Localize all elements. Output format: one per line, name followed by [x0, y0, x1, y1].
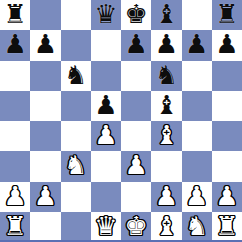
- white-pawn-e3[interactable]: ♟: [124, 152, 147, 178]
- square-h7[interactable]: ♟: [212, 30, 242, 60]
- white-queen-d1[interactable]: ♛: [94, 213, 117, 239]
- square-c7[interactable]: [61, 30, 91, 60]
- white-pawn-d4[interactable]: ♟: [94, 122, 117, 148]
- square-f3[interactable]: [151, 151, 181, 181]
- black-king-e8[interactable]: ♚: [124, 1, 147, 27]
- square-e5[interactable]: [121, 91, 151, 121]
- square-g7[interactable]: ♟: [182, 30, 212, 60]
- square-c8[interactable]: [61, 0, 91, 30]
- black-knight-c6[interactable]: ♞: [64, 62, 87, 88]
- square-b6[interactable]: [30, 61, 60, 91]
- white-king-e1[interactable]: ♚: [124, 213, 147, 239]
- square-a4[interactable]: [0, 121, 30, 151]
- square-a1[interactable]: ♜: [0, 212, 30, 242]
- square-d6[interactable]: [91, 61, 121, 91]
- white-knight-g1[interactable]: ♞: [185, 213, 208, 239]
- square-c1[interactable]: [61, 212, 91, 242]
- square-b1[interactable]: [30, 212, 60, 242]
- black-pawn-e7[interactable]: ♟: [124, 31, 147, 57]
- black-knight-f6[interactable]: ♞: [155, 62, 178, 88]
- white-rook-a1[interactable]: ♜: [3, 213, 26, 239]
- square-a8[interactable]: ♜: [0, 0, 30, 30]
- square-e3[interactable]: ♟: [121, 151, 151, 181]
- square-d8[interactable]: ♛: [91, 0, 121, 30]
- square-b7[interactable]: ♟: [30, 30, 60, 60]
- square-g8[interactable]: [182, 0, 212, 30]
- square-d7[interactable]: [91, 30, 121, 60]
- square-a5[interactable]: [0, 91, 30, 121]
- square-a3[interactable]: [0, 151, 30, 181]
- black-bishop-f8[interactable]: ♝: [155, 1, 178, 27]
- white-pawn-a2[interactable]: ♟: [3, 183, 26, 209]
- square-h8[interactable]: ♜: [212, 0, 242, 30]
- square-b4[interactable]: [30, 121, 60, 151]
- white-pawn-b2[interactable]: ♟: [34, 183, 57, 209]
- square-h6[interactable]: [212, 61, 242, 91]
- square-c6[interactable]: ♞: [61, 61, 91, 91]
- square-h2[interactable]: ♟: [212, 182, 242, 212]
- square-g6[interactable]: [182, 61, 212, 91]
- square-f2[interactable]: ♟: [151, 182, 181, 212]
- square-f8[interactable]: ♝: [151, 0, 181, 30]
- square-b5[interactable]: [30, 91, 60, 121]
- square-f5[interactable]: ♝: [151, 91, 181, 121]
- square-g3[interactable]: [182, 151, 212, 181]
- square-d2[interactable]: [91, 182, 121, 212]
- square-h4[interactable]: [212, 121, 242, 151]
- black-pawn-d5[interactable]: ♟: [94, 92, 117, 118]
- square-a7[interactable]: ♟: [0, 30, 30, 60]
- white-bishop-f4[interactable]: ♝: [155, 122, 178, 148]
- white-bishop-f1[interactable]: ♝: [155, 213, 178, 239]
- square-b8[interactable]: [30, 0, 60, 30]
- black-queen-d8[interactable]: ♛: [94, 1, 117, 27]
- white-pawn-h2[interactable]: ♟: [215, 183, 238, 209]
- square-e8[interactable]: ♚: [121, 0, 151, 30]
- white-rook-h1[interactable]: ♜: [215, 213, 238, 239]
- square-e1[interactable]: ♚: [121, 212, 151, 242]
- white-knight-c3[interactable]: ♞: [64, 152, 87, 178]
- square-g4[interactable]: [182, 121, 212, 151]
- black-pawn-f7[interactable]: ♟: [155, 31, 178, 57]
- square-d3[interactable]: [91, 151, 121, 181]
- square-h3[interactable]: [212, 151, 242, 181]
- square-h5[interactable]: [212, 91, 242, 121]
- square-c5[interactable]: [61, 91, 91, 121]
- black-pawn-b7[interactable]: ♟: [34, 31, 57, 57]
- black-pawn-h7[interactable]: ♟: [215, 31, 238, 57]
- square-d4[interactable]: ♟: [91, 121, 121, 151]
- black-pawn-g7[interactable]: ♟: [185, 31, 208, 57]
- square-a6[interactable]: [0, 61, 30, 91]
- square-c2[interactable]: [61, 182, 91, 212]
- square-e2[interactable]: [121, 182, 151, 212]
- square-g2[interactable]: ♟: [182, 182, 212, 212]
- square-d5[interactable]: ♟: [91, 91, 121, 121]
- square-c3[interactable]: ♞: [61, 151, 91, 181]
- square-b3[interactable]: [30, 151, 60, 181]
- square-f7[interactable]: ♟: [151, 30, 181, 60]
- black-bishop-f5[interactable]: ♝: [155, 92, 178, 118]
- square-g5[interactable]: [182, 91, 212, 121]
- chess-board: ♜♛♚♝♜♟♟♟♟♟♟♞♞♟♝♟♝♞♟♟♟♟♟♟♜♛♚♝♞♜: [0, 0, 242, 242]
- square-d1[interactable]: ♛: [91, 212, 121, 242]
- square-f6[interactable]: ♞: [151, 61, 181, 91]
- square-h1[interactable]: ♜: [212, 212, 242, 242]
- black-rook-h8[interactable]: ♜: [215, 1, 238, 27]
- black-pawn-a7[interactable]: ♟: [3, 31, 26, 57]
- white-pawn-f2[interactable]: ♟: [155, 183, 178, 209]
- square-g1[interactable]: ♞: [182, 212, 212, 242]
- white-pawn-g2[interactable]: ♟: [185, 183, 208, 209]
- square-f1[interactable]: ♝: [151, 212, 181, 242]
- square-b2[interactable]: ♟: [30, 182, 60, 212]
- square-e7[interactable]: ♟: [121, 30, 151, 60]
- square-e6[interactable]: [121, 61, 151, 91]
- square-a2[interactable]: ♟: [0, 182, 30, 212]
- square-f4[interactable]: ♝: [151, 121, 181, 151]
- square-c4[interactable]: [61, 121, 91, 151]
- square-e4[interactable]: [121, 121, 151, 151]
- black-rook-a8[interactable]: ♜: [3, 1, 26, 27]
